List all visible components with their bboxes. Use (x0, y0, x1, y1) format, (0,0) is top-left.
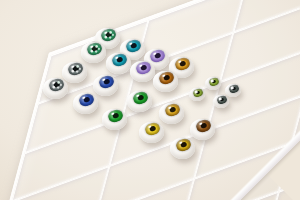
iris-slate-gray (216, 95, 227, 105)
glass-eye-slate-gray (225, 84, 241, 97)
iris-golden-amber (173, 56, 191, 72)
iris-slate-gray (228, 84, 239, 94)
glass-eye-kelly-green (127, 91, 152, 112)
glass-eye-honey-amber (170, 138, 195, 159)
light-glint-icon (70, 66, 74, 69)
glass-eye-amber-brown (153, 71, 178, 92)
pupil (52, 81, 60, 88)
glass-eye-slate-gray (213, 95, 229, 108)
iris-honey-amber (174, 137, 192, 153)
iris-amber-brown (157, 70, 175, 86)
iris-violet (134, 60, 152, 76)
glass-eye-yellow-gold (139, 122, 164, 143)
iris-olive-green (208, 77, 219, 87)
glass-eye-teal (106, 53, 131, 74)
pupil (71, 65, 79, 72)
iris-teal (124, 38, 142, 54)
eyes-layer (0, 0, 300, 200)
iris-silver-glitter (47, 77, 65, 93)
iris-chestnut-brown (194, 118, 212, 134)
iris-violet (148, 48, 166, 64)
light-glint-icon (89, 46, 93, 49)
glass-eye-silver-glitter (43, 78, 68, 99)
glass-eye-emerald-glitter (81, 42, 106, 63)
iris-kelly-green (106, 108, 124, 124)
iris-teal (110, 52, 128, 68)
glass-eye-chestnut-brown (190, 119, 215, 140)
iris-emerald-glitter (99, 27, 117, 43)
iris-emerald-glitter (85, 41, 103, 57)
iris-yellow-gold (143, 121, 161, 137)
light-glint-icon (103, 32, 107, 35)
glass-eye-royal-blue (73, 93, 98, 114)
glass-eye-olive-green (205, 77, 221, 90)
pupil (90, 45, 98, 52)
glass-eye-violet (130, 61, 155, 82)
glass-eye-silver-glitter (62, 62, 87, 83)
light-glint-icon (51, 82, 55, 85)
photo-glass-eyes-in-tray (0, 0, 300, 200)
glass-eye-gold (159, 103, 184, 124)
iris-silver-glitter (66, 61, 84, 77)
glass-eye-kelly-green (102, 109, 127, 130)
iris-royal-blue (77, 92, 95, 108)
iris-kelly-green (131, 90, 149, 106)
glass-eye-olive-green (189, 88, 205, 101)
iris-olive-green (192, 88, 203, 98)
pupil (104, 31, 112, 38)
iris-royal-blue (97, 74, 115, 90)
glass-eye-royal-blue (93, 75, 118, 96)
iris-gold (163, 102, 181, 118)
